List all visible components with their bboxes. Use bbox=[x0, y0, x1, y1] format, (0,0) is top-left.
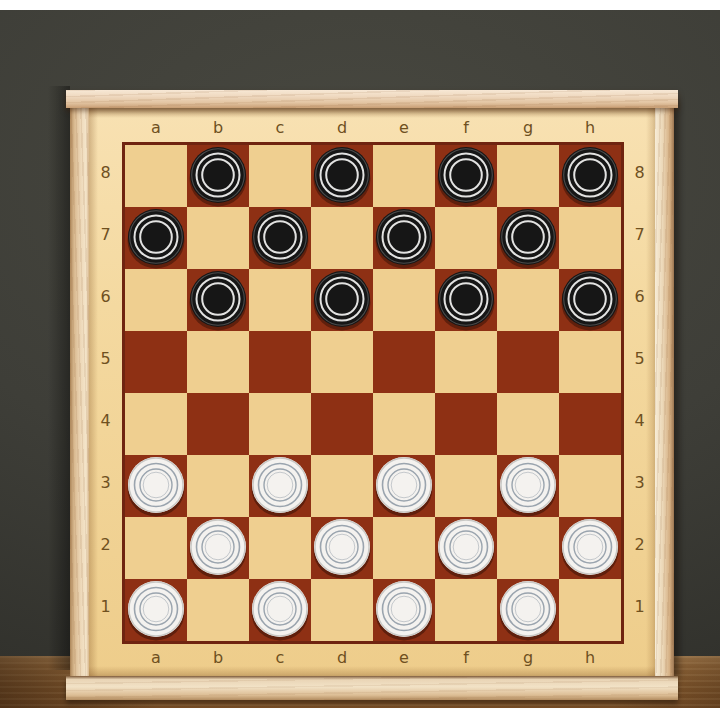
square-e4 bbox=[373, 393, 435, 455]
square-g4 bbox=[497, 393, 559, 455]
frame-right-rail bbox=[655, 100, 674, 678]
square-e1[interactable] bbox=[373, 579, 435, 641]
square-h8[interactable] bbox=[559, 145, 621, 207]
photo-of-wall-checkers-board: abcdefgh abcdefgh 87654321 87654321 bbox=[0, 0, 720, 720]
white-checker-a3[interactable] bbox=[126, 455, 186, 519]
black-checker-d8[interactable] bbox=[312, 145, 372, 209]
black-checker-e7[interactable] bbox=[374, 207, 434, 271]
square-d4[interactable] bbox=[311, 393, 373, 455]
file-label-bottom-g: g bbox=[497, 648, 559, 668]
white-checker-d2[interactable] bbox=[312, 517, 372, 581]
file-label-top-c: c bbox=[249, 118, 311, 138]
square-e5[interactable] bbox=[373, 331, 435, 393]
square-d1 bbox=[311, 579, 373, 641]
file-label-bottom-e: e bbox=[373, 648, 435, 668]
square-f8[interactable] bbox=[435, 145, 497, 207]
square-f6[interactable] bbox=[435, 269, 497, 331]
file-label-bottom-c: c bbox=[249, 648, 311, 668]
black-checker-f8[interactable] bbox=[436, 145, 496, 209]
black-checker-c7[interactable] bbox=[250, 207, 310, 271]
square-g5[interactable] bbox=[497, 331, 559, 393]
square-e3[interactable] bbox=[373, 455, 435, 517]
square-f5 bbox=[435, 331, 497, 393]
rank-label-left-5: 5 bbox=[89, 328, 122, 390]
square-c1[interactable] bbox=[249, 579, 311, 641]
board-cast-shadow bbox=[48, 86, 70, 670]
white-checker-f2[interactable] bbox=[436, 517, 496, 581]
white-checker-h2[interactable] bbox=[560, 517, 620, 581]
file-label-bottom-b: b bbox=[187, 648, 249, 668]
frame-bottom-rail bbox=[66, 676, 678, 700]
square-a8 bbox=[125, 145, 187, 207]
black-checker-d6[interactable] bbox=[312, 269, 372, 333]
photo-border-top bbox=[0, 0, 720, 10]
square-f3 bbox=[435, 455, 497, 517]
rank-label-left-8: 8 bbox=[89, 142, 122, 204]
square-g2 bbox=[497, 517, 559, 579]
rank-label-right-5: 5 bbox=[624, 328, 655, 390]
file-label-top-a: a bbox=[125, 118, 187, 138]
rank-label-right-7: 7 bbox=[624, 204, 655, 266]
square-b3 bbox=[187, 455, 249, 517]
square-e8 bbox=[373, 145, 435, 207]
rank-label-left-1: 1 bbox=[89, 576, 122, 638]
square-d3 bbox=[311, 455, 373, 517]
rank-label-right-4: 4 bbox=[624, 390, 655, 452]
black-checker-b6[interactable] bbox=[188, 269, 248, 333]
black-checker-h6[interactable] bbox=[560, 269, 620, 333]
square-d6[interactable] bbox=[311, 269, 373, 331]
square-d5 bbox=[311, 331, 373, 393]
square-h3 bbox=[559, 455, 621, 517]
square-a5[interactable] bbox=[125, 331, 187, 393]
rank-label-left-2: 2 bbox=[89, 514, 122, 576]
rank-label-left-6: 6 bbox=[89, 266, 122, 328]
file-labels-bottom: abcdefgh bbox=[125, 648, 621, 668]
frame-top-rail bbox=[66, 90, 678, 108]
rank-labels-right: 87654321 bbox=[624, 142, 655, 638]
square-f1 bbox=[435, 579, 497, 641]
square-h7 bbox=[559, 207, 621, 269]
square-b6[interactable] bbox=[187, 269, 249, 331]
white-checker-g1[interactable] bbox=[498, 579, 558, 643]
square-g1[interactable] bbox=[497, 579, 559, 641]
white-checker-a1[interactable] bbox=[126, 579, 186, 643]
square-a3[interactable] bbox=[125, 455, 187, 517]
square-g8 bbox=[497, 145, 559, 207]
file-label-top-e: e bbox=[373, 118, 435, 138]
photo-border-bottom bbox=[0, 708, 720, 720]
rank-labels-left: 87654321 bbox=[89, 142, 122, 638]
white-checker-e3[interactable] bbox=[374, 455, 434, 519]
square-c2 bbox=[249, 517, 311, 579]
black-checker-h8[interactable] bbox=[560, 145, 620, 209]
rank-label-left-4: 4 bbox=[89, 390, 122, 452]
square-a1[interactable] bbox=[125, 579, 187, 641]
square-e2 bbox=[373, 517, 435, 579]
square-a6 bbox=[125, 269, 187, 331]
square-c6 bbox=[249, 269, 311, 331]
square-h1 bbox=[559, 579, 621, 641]
file-label-top-g: g bbox=[497, 118, 559, 138]
file-label-top-h: h bbox=[559, 118, 621, 138]
file-label-bottom-d: d bbox=[311, 648, 373, 668]
square-b4[interactable] bbox=[187, 393, 249, 455]
square-c3[interactable] bbox=[249, 455, 311, 517]
white-checker-e1[interactable] bbox=[374, 579, 434, 643]
rank-label-right-6: 6 bbox=[624, 266, 655, 328]
white-checker-c3[interactable] bbox=[250, 455, 310, 519]
file-label-top-b: b bbox=[187, 118, 249, 138]
square-d8[interactable] bbox=[311, 145, 373, 207]
checkers-grid bbox=[122, 142, 624, 644]
square-e6 bbox=[373, 269, 435, 331]
square-c4 bbox=[249, 393, 311, 455]
square-d2[interactable] bbox=[311, 517, 373, 579]
square-f4[interactable] bbox=[435, 393, 497, 455]
square-a4 bbox=[125, 393, 187, 455]
square-c7[interactable] bbox=[249, 207, 311, 269]
square-b7 bbox=[187, 207, 249, 269]
square-d7 bbox=[311, 207, 373, 269]
square-c8 bbox=[249, 145, 311, 207]
file-label-bottom-h: h bbox=[559, 648, 621, 668]
square-b1 bbox=[187, 579, 249, 641]
white-checker-b2[interactable] bbox=[188, 517, 248, 581]
frame-left-rail bbox=[70, 100, 89, 678]
square-c5[interactable] bbox=[249, 331, 311, 393]
black-checker-a7[interactable] bbox=[126, 207, 186, 271]
square-h2[interactable] bbox=[559, 517, 621, 579]
square-g6 bbox=[497, 269, 559, 331]
file-label-bottom-f: f bbox=[435, 648, 497, 668]
rank-label-right-1: 1 bbox=[624, 576, 655, 638]
square-b5 bbox=[187, 331, 249, 393]
white-checker-g3[interactable] bbox=[498, 455, 558, 519]
file-label-top-d: d bbox=[311, 118, 373, 138]
square-b8[interactable] bbox=[187, 145, 249, 207]
rank-label-left-3: 3 bbox=[89, 452, 122, 514]
square-f7 bbox=[435, 207, 497, 269]
square-g7[interactable] bbox=[497, 207, 559, 269]
white-checker-c1[interactable] bbox=[250, 579, 310, 643]
rank-label-right-8: 8 bbox=[624, 142, 655, 204]
file-label-top-f: f bbox=[435, 118, 497, 138]
rank-label-right-3: 3 bbox=[624, 452, 655, 514]
square-h5 bbox=[559, 331, 621, 393]
rank-label-left-7: 7 bbox=[89, 204, 122, 266]
file-label-bottom-a: a bbox=[125, 648, 187, 668]
black-checker-f6[interactable] bbox=[436, 269, 496, 333]
square-a7[interactable] bbox=[125, 207, 187, 269]
square-a2 bbox=[125, 517, 187, 579]
square-b2[interactable] bbox=[187, 517, 249, 579]
square-f2[interactable] bbox=[435, 517, 497, 579]
square-h4[interactable] bbox=[559, 393, 621, 455]
square-h6[interactable] bbox=[559, 269, 621, 331]
black-checker-g7[interactable] bbox=[498, 207, 558, 271]
file-labels-top: abcdefgh bbox=[125, 118, 621, 138]
square-e7[interactable] bbox=[373, 207, 435, 269]
black-checker-b8[interactable] bbox=[188, 145, 248, 209]
rank-label-right-2: 2 bbox=[624, 514, 655, 576]
square-g3[interactable] bbox=[497, 455, 559, 517]
